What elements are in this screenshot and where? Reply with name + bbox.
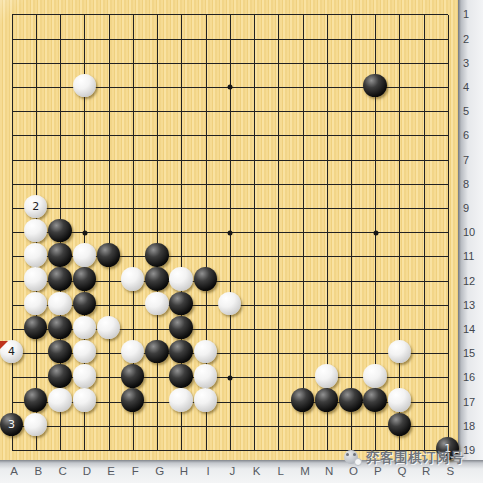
row-label-8: 8 — [463, 178, 481, 190]
stone-black-B14[interactable] — [24, 316, 47, 339]
stone-black-Q18[interactable] — [388, 413, 411, 436]
stone-white-B11[interactable] — [24, 243, 47, 266]
row-label-15: 15 — [463, 347, 481, 359]
stone-white-I16[interactable] — [194, 364, 217, 387]
stone-black-F17[interactable] — [121, 388, 144, 411]
board-cell — [73, 75, 97, 99]
stone-white-B18[interactable] — [24, 413, 47, 436]
column-label-J: J — [225, 465, 239, 477]
board-cell — [170, 269, 194, 293]
row-label-7: 7 — [463, 154, 481, 166]
board-cell — [364, 75, 388, 99]
stone-black-C10[interactable] — [48, 219, 71, 242]
board-cell — [170, 341, 194, 365]
column-label-N: N — [322, 465, 336, 477]
column-label-I: I — [201, 465, 215, 477]
stone-black-H15[interactable] — [169, 340, 192, 363]
row-label-13: 13 — [463, 299, 481, 311]
column-label-L: L — [274, 465, 288, 477]
column-label-F: F — [128, 465, 142, 477]
yike-panda-logo-icon — [344, 449, 362, 467]
row-label-10: 10 — [463, 226, 481, 238]
row-label-3: 3 — [463, 57, 481, 69]
row-label-18: 18 — [463, 420, 481, 432]
stone-black-G11[interactable] — [145, 243, 168, 266]
board-cell: 2 — [24, 196, 48, 220]
row-label-11: 11 — [463, 250, 481, 262]
column-label-D: D — [80, 465, 94, 477]
board-cell — [48, 293, 72, 317]
board-cell — [291, 390, 315, 414]
stone-black-C15[interactable] — [48, 340, 71, 363]
board-cell — [315, 366, 339, 390]
stone-black-P4[interactable] — [363, 74, 386, 97]
stone-white-Q15[interactable] — [388, 340, 411, 363]
board-cell — [121, 366, 145, 390]
move-number-label: 4 — [8, 346, 15, 357]
board-cell — [73, 293, 97, 317]
stone-black-C11[interactable] — [48, 243, 71, 266]
board-cell — [121, 341, 145, 365]
board-cell — [73, 366, 97, 390]
board-cell — [48, 245, 72, 269]
stone-white-P16[interactable] — [363, 364, 386, 387]
stone-black-P17[interactable] — [363, 388, 386, 411]
board-cell — [388, 341, 412, 365]
red-triangle-marker — [0, 341, 8, 350]
board-cell — [24, 390, 48, 414]
stone-white-C13[interactable] — [48, 292, 71, 315]
board-cell: 3 — [0, 414, 24, 438]
stone-black-E11[interactable] — [97, 243, 120, 266]
board-cell — [24, 293, 48, 317]
board-cell — [194, 269, 218, 293]
stone-black-B17[interactable] — [24, 388, 47, 411]
watermark-text: 弈客围棋订阅号 — [366, 449, 464, 467]
board-cell — [73, 317, 97, 341]
column-label-A: A — [7, 465, 21, 477]
move-number-label: 3 — [8, 419, 15, 430]
board-cell — [145, 269, 169, 293]
stone-black-G15[interactable] — [145, 340, 168, 363]
row-label-6: 6 — [463, 129, 481, 141]
stone-white-D4[interactable] — [73, 74, 96, 97]
column-label-H: H — [177, 465, 191, 477]
board-cell — [364, 390, 388, 414]
stone-white-D15[interactable] — [73, 340, 96, 363]
board-cell — [48, 341, 72, 365]
stone-black-G12[interactable] — [145, 267, 168, 290]
stone-white-H17[interactable] — [169, 388, 192, 411]
board-cell — [145, 293, 169, 317]
stone-black-C12[interactable] — [48, 267, 71, 290]
board-cell — [388, 414, 412, 438]
board-cell — [170, 293, 194, 317]
row-coordinate-strip: 12345678910111213141516171819 — [458, 0, 483, 460]
stone-white-C17[interactable] — [48, 388, 71, 411]
board-cell — [24, 317, 48, 341]
stone-black-M17[interactable] — [291, 388, 314, 411]
column-label-G: G — [153, 465, 167, 477]
move-number-label: 2 — [32, 201, 39, 212]
logo-small-circle — [354, 458, 362, 466]
stone-white-B10[interactable] — [24, 219, 47, 242]
stone-white-J13[interactable] — [218, 292, 241, 315]
board-cell — [97, 317, 121, 341]
board-cell — [48, 317, 72, 341]
stone-black-F16[interactable] — [121, 364, 144, 387]
stone-black-C14[interactable] — [48, 316, 71, 339]
stone-white-D16[interactable] — [73, 364, 96, 387]
stone-black-D13[interactable] — [73, 292, 96, 315]
board-cell — [315, 390, 339, 414]
board-cell — [145, 341, 169, 365]
board-cell — [218, 293, 242, 317]
row-label-4: 4 — [463, 81, 481, 93]
board-cell — [170, 390, 194, 414]
board-cell — [194, 341, 218, 365]
board-cell — [48, 269, 72, 293]
row-label-17: 17 — [463, 396, 481, 408]
row-label-2: 2 — [463, 33, 481, 45]
stone-white-Q17[interactable] — [388, 388, 411, 411]
row-label-5: 5 — [463, 105, 481, 117]
row-label-12: 12 — [463, 275, 481, 287]
go-app-screenshot: 2431 12345678910111213141516171819 ABCDE… — [0, 0, 483, 483]
row-label-19: 19 — [463, 444, 481, 456]
stone-white-B13[interactable] — [24, 292, 47, 315]
board-cell — [364, 366, 388, 390]
stone-black-H16[interactable] — [169, 364, 192, 387]
stone-white-D14[interactable] — [73, 316, 96, 339]
stone-black-A18[interactable]: 3 — [0, 413, 23, 436]
board-cell — [339, 390, 363, 414]
stone-black-H13[interactable] — [169, 292, 192, 315]
column-label-E: E — [104, 465, 118, 477]
stone-black-I12[interactable] — [194, 267, 217, 290]
board-cell — [24, 269, 48, 293]
row-label-14: 14 — [463, 323, 481, 335]
board-cell — [24, 220, 48, 244]
stone-black-D12[interactable] — [73, 267, 96, 290]
board-cell — [194, 366, 218, 390]
stone-white-D11[interactable] — [73, 243, 96, 266]
column-label-K: K — [250, 465, 264, 477]
board-cell — [121, 269, 145, 293]
go-board[interactable]: 2431 — [0, 3, 460, 463]
row-label-16: 16 — [463, 371, 481, 383]
stone-black-O17[interactable] — [339, 388, 362, 411]
board-cell: 4 — [0, 341, 24, 365]
stone-white-A15[interactable]: 4 — [0, 340, 23, 363]
column-label-M: M — [298, 465, 312, 477]
stone-black-N17[interactable] — [315, 388, 338, 411]
stone-white-F15[interactable] — [121, 340, 144, 363]
stone-white-D17[interactable] — [73, 388, 96, 411]
board-cell — [73, 269, 97, 293]
board-cell — [170, 317, 194, 341]
board-cell — [24, 245, 48, 269]
stone-white-B9[interactable]: 2 — [24, 195, 47, 218]
stone-white-B12[interactable] — [24, 267, 47, 290]
board-cell — [48, 366, 72, 390]
board-cell — [388, 390, 412, 414]
board-cell — [73, 390, 97, 414]
board-cell — [170, 366, 194, 390]
column-label-C: C — [56, 465, 70, 477]
stone-black-H14[interactable] — [169, 316, 192, 339]
board-cell — [194, 390, 218, 414]
board-cell — [48, 390, 72, 414]
stone-white-H12[interactable] — [169, 267, 192, 290]
stone-white-F12[interactable] — [121, 267, 144, 290]
watermark: 弈客围棋订阅号 — [344, 448, 464, 468]
stone-white-G13[interactable] — [145, 292, 168, 315]
stone-white-I17[interactable] — [194, 388, 217, 411]
row-label-9: 9 — [463, 202, 481, 214]
board-cell — [24, 414, 48, 438]
board-cell — [73, 341, 97, 365]
row-label-1: 1 — [463, 8, 481, 20]
stone-black-C16[interactable] — [48, 364, 71, 387]
column-label-B: B — [31, 465, 45, 477]
board-cell — [48, 220, 72, 244]
stone-white-N16[interactable] — [315, 364, 338, 387]
board-cell — [97, 245, 121, 269]
stone-white-E14[interactable] — [97, 316, 120, 339]
board-cell — [73, 245, 97, 269]
board-cell — [145, 245, 169, 269]
stone-white-I15[interactable] — [194, 340, 217, 363]
board-cell — [121, 390, 145, 414]
